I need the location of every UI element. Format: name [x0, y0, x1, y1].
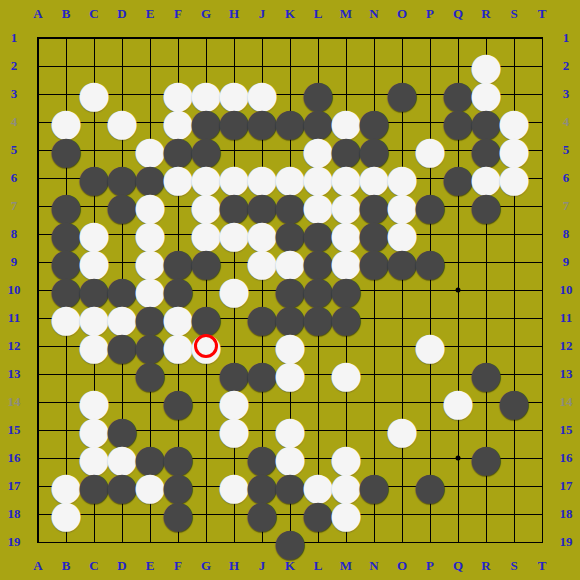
- point-M8[interactable]: ●: [332, 220, 360, 248]
- point-M18[interactable]: ●: [332, 500, 360, 528]
- point-C17[interactable]: ●: [80, 472, 108, 500]
- point-S14[interactable]: ●: [500, 388, 528, 416]
- point-K9[interactable]: ●: [276, 248, 304, 276]
- point-E10[interactable]: ●: [136, 276, 164, 304]
- point-B17[interactable]: ●: [52, 472, 80, 500]
- point-L15[interactable]: [304, 416, 332, 444]
- point-D5[interactable]: [108, 136, 136, 164]
- point-A17[interactable]: [24, 472, 52, 500]
- point-B19[interactable]: [52, 528, 80, 556]
- point-Q1[interactable]: [444, 24, 472, 52]
- point-P12[interactable]: ●: [416, 332, 444, 360]
- point-H1[interactable]: [220, 24, 248, 52]
- point-C2[interactable]: [80, 52, 108, 80]
- point-T8[interactable]: [528, 220, 556, 248]
- point-E1[interactable]: [136, 24, 164, 52]
- point-F8[interactable]: [164, 220, 192, 248]
- point-P4[interactable]: [416, 108, 444, 136]
- point-K15[interactable]: ●: [276, 416, 304, 444]
- point-Q15[interactable]: [444, 416, 472, 444]
- point-G17[interactable]: [192, 472, 220, 500]
- point-B1[interactable]: [52, 24, 80, 52]
- point-L19[interactable]: [304, 528, 332, 556]
- point-D12[interactable]: ●: [108, 332, 136, 360]
- point-S9[interactable]: [500, 248, 528, 276]
- point-N5[interactable]: ●: [360, 136, 388, 164]
- point-L5[interactable]: ●: [304, 136, 332, 164]
- point-M6[interactable]: ●: [332, 164, 360, 192]
- point-L13[interactable]: [304, 360, 332, 388]
- point-D18[interactable]: [108, 500, 136, 528]
- point-F2[interactable]: [164, 52, 192, 80]
- point-T10[interactable]: [528, 276, 556, 304]
- point-O6[interactable]: ●: [388, 164, 416, 192]
- point-O18[interactable]: [388, 500, 416, 528]
- point-T16[interactable]: [528, 444, 556, 472]
- point-F18[interactable]: ●: [164, 500, 192, 528]
- point-F16[interactable]: ●: [164, 444, 192, 472]
- point-L18[interactable]: ●: [304, 500, 332, 528]
- point-B18[interactable]: ●: [52, 500, 80, 528]
- point-Q10[interactable]: [444, 276, 472, 304]
- point-R15[interactable]: [472, 416, 500, 444]
- point-S13[interactable]: [500, 360, 528, 388]
- point-D4[interactable]: ●: [108, 108, 136, 136]
- point-A7[interactable]: [24, 192, 52, 220]
- point-D6[interactable]: ●: [108, 164, 136, 192]
- point-K19[interactable]: ●: [276, 528, 304, 556]
- point-K12[interactable]: ●: [276, 332, 304, 360]
- point-A16[interactable]: [24, 444, 52, 472]
- point-L14[interactable]: [304, 388, 332, 416]
- point-H9[interactable]: [220, 248, 248, 276]
- point-M15[interactable]: [332, 416, 360, 444]
- point-C7[interactable]: [80, 192, 108, 220]
- point-N9[interactable]: ●: [360, 248, 388, 276]
- point-F9[interactable]: ●: [164, 248, 192, 276]
- point-P15[interactable]: [416, 416, 444, 444]
- point-H6[interactable]: ●: [220, 164, 248, 192]
- point-B10[interactable]: ●: [52, 276, 80, 304]
- point-M5[interactable]: ●: [332, 136, 360, 164]
- point-T14[interactable]: [528, 388, 556, 416]
- point-J17[interactable]: ●: [248, 472, 276, 500]
- point-O8[interactable]: ●: [388, 220, 416, 248]
- point-K10[interactable]: ●: [276, 276, 304, 304]
- point-E14[interactable]: [136, 388, 164, 416]
- point-S4[interactable]: ●: [500, 108, 528, 136]
- point-S18[interactable]: [500, 500, 528, 528]
- point-B11[interactable]: ●: [52, 304, 80, 332]
- point-T6[interactable]: [528, 164, 556, 192]
- point-A14[interactable]: [24, 388, 52, 416]
- point-G4[interactable]: ●: [192, 108, 220, 136]
- point-Q17[interactable]: [444, 472, 472, 500]
- point-R2[interactable]: ●: [472, 52, 500, 80]
- point-N13[interactable]: [360, 360, 388, 388]
- point-J13[interactable]: ●: [248, 360, 276, 388]
- point-D11[interactable]: ●: [108, 304, 136, 332]
- point-A13[interactable]: [24, 360, 52, 388]
- point-C6[interactable]: ●: [80, 164, 108, 192]
- point-G3[interactable]: ●: [192, 80, 220, 108]
- point-C4[interactable]: [80, 108, 108, 136]
- point-T15[interactable]: [528, 416, 556, 444]
- point-D19[interactable]: [108, 528, 136, 556]
- point-R19[interactable]: [472, 528, 500, 556]
- point-E2[interactable]: [136, 52, 164, 80]
- point-S8[interactable]: [500, 220, 528, 248]
- point-E8[interactable]: ●: [136, 220, 164, 248]
- point-F14[interactable]: ●: [164, 388, 192, 416]
- point-R18[interactable]: [472, 500, 500, 528]
- point-Q19[interactable]: [444, 528, 472, 556]
- point-J10[interactable]: [248, 276, 276, 304]
- point-H17[interactable]: ●: [220, 472, 248, 500]
- point-P2[interactable]: [416, 52, 444, 80]
- point-B7[interactable]: ●: [52, 192, 80, 220]
- point-O15[interactable]: ●: [388, 416, 416, 444]
- point-H19[interactable]: [220, 528, 248, 556]
- point-G11[interactable]: ●: [192, 304, 220, 332]
- point-N10[interactable]: [360, 276, 388, 304]
- point-O9[interactable]: ●: [388, 248, 416, 276]
- point-H4[interactable]: ●: [220, 108, 248, 136]
- point-B12[interactable]: [52, 332, 80, 360]
- point-F19[interactable]: [164, 528, 192, 556]
- point-R13[interactable]: ●: [472, 360, 500, 388]
- point-G2[interactable]: [192, 52, 220, 80]
- point-H5[interactable]: [220, 136, 248, 164]
- point-S19[interactable]: [500, 528, 528, 556]
- point-H2[interactable]: [220, 52, 248, 80]
- point-B9[interactable]: ●: [52, 248, 80, 276]
- point-A5[interactable]: [24, 136, 52, 164]
- point-Q3[interactable]: ●: [444, 80, 472, 108]
- point-A9[interactable]: [24, 248, 52, 276]
- point-T18[interactable]: [528, 500, 556, 528]
- point-Q11[interactable]: [444, 304, 472, 332]
- point-P7[interactable]: ●: [416, 192, 444, 220]
- point-S3[interactable]: [500, 80, 528, 108]
- point-A3[interactable]: [24, 80, 52, 108]
- point-E16[interactable]: ●: [136, 444, 164, 472]
- point-J5[interactable]: [248, 136, 276, 164]
- point-S2[interactable]: [500, 52, 528, 80]
- point-J6[interactable]: ●: [248, 164, 276, 192]
- point-L3[interactable]: ●: [304, 80, 332, 108]
- point-J8[interactable]: ●: [248, 220, 276, 248]
- point-N6[interactable]: ●: [360, 164, 388, 192]
- point-C19[interactable]: [80, 528, 108, 556]
- point-D10[interactable]: ●: [108, 276, 136, 304]
- point-B5[interactable]: ●: [52, 136, 80, 164]
- point-P8[interactable]: [416, 220, 444, 248]
- point-J18[interactable]: ●: [248, 500, 276, 528]
- point-K16[interactable]: ●: [276, 444, 304, 472]
- point-P19[interactable]: [416, 528, 444, 556]
- point-O13[interactable]: [388, 360, 416, 388]
- point-T5[interactable]: [528, 136, 556, 164]
- point-E4[interactable]: [136, 108, 164, 136]
- point-Q18[interactable]: [444, 500, 472, 528]
- point-C12[interactable]: ●: [80, 332, 108, 360]
- point-F7[interactable]: [164, 192, 192, 220]
- point-Q8[interactable]: [444, 220, 472, 248]
- point-B2[interactable]: [52, 52, 80, 80]
- point-H18[interactable]: [220, 500, 248, 528]
- point-G6[interactable]: ●: [192, 164, 220, 192]
- point-M11[interactable]: ●: [332, 304, 360, 332]
- point-E15[interactable]: [136, 416, 164, 444]
- point-A19[interactable]: [24, 528, 52, 556]
- point-L6[interactable]: ●: [304, 164, 332, 192]
- point-P10[interactable]: [416, 276, 444, 304]
- point-G7[interactable]: ●: [192, 192, 220, 220]
- point-K4[interactable]: ●: [276, 108, 304, 136]
- point-D15[interactable]: ●: [108, 416, 136, 444]
- point-J16[interactable]: ●: [248, 444, 276, 472]
- point-C14[interactable]: ●: [80, 388, 108, 416]
- point-T9[interactable]: [528, 248, 556, 276]
- point-F6[interactable]: ●: [164, 164, 192, 192]
- point-P6[interactable]: [416, 164, 444, 192]
- point-S5[interactable]: ●: [500, 136, 528, 164]
- point-H15[interactable]: ●: [220, 416, 248, 444]
- point-G16[interactable]: [192, 444, 220, 472]
- point-N7[interactable]: ●: [360, 192, 388, 220]
- point-A10[interactable]: [24, 276, 52, 304]
- point-D8[interactable]: [108, 220, 136, 248]
- point-Q13[interactable]: [444, 360, 472, 388]
- point-H14[interactable]: ●: [220, 388, 248, 416]
- point-T7[interactable]: [528, 192, 556, 220]
- point-M3[interactable]: [332, 80, 360, 108]
- point-C11[interactable]: ●: [80, 304, 108, 332]
- point-N15[interactable]: [360, 416, 388, 444]
- point-B16[interactable]: [52, 444, 80, 472]
- point-D14[interactable]: [108, 388, 136, 416]
- point-G15[interactable]: [192, 416, 220, 444]
- point-N3[interactable]: [360, 80, 388, 108]
- point-P17[interactable]: ●: [416, 472, 444, 500]
- point-R10[interactable]: [472, 276, 500, 304]
- point-C3[interactable]: ●: [80, 80, 108, 108]
- point-F17[interactable]: ●: [164, 472, 192, 500]
- point-C10[interactable]: ●: [80, 276, 108, 304]
- point-N19[interactable]: [360, 528, 388, 556]
- point-N8[interactable]: ●: [360, 220, 388, 248]
- point-R17[interactable]: [472, 472, 500, 500]
- point-S11[interactable]: [500, 304, 528, 332]
- point-C13[interactable]: [80, 360, 108, 388]
- point-K6[interactable]: ●: [276, 164, 304, 192]
- point-E5[interactable]: ●: [136, 136, 164, 164]
- point-D7[interactable]: ●: [108, 192, 136, 220]
- point-J1[interactable]: [248, 24, 276, 52]
- point-M1[interactable]: [332, 24, 360, 52]
- point-B14[interactable]: [52, 388, 80, 416]
- point-K14[interactable]: [276, 388, 304, 416]
- point-J2[interactable]: [248, 52, 276, 80]
- point-T17[interactable]: [528, 472, 556, 500]
- point-H11[interactable]: [220, 304, 248, 332]
- point-T4[interactable]: [528, 108, 556, 136]
- point-K5[interactable]: [276, 136, 304, 164]
- point-Q16[interactable]: [444, 444, 472, 472]
- point-G19[interactable]: [192, 528, 220, 556]
- point-R7[interactable]: ●: [472, 192, 500, 220]
- point-R6[interactable]: ●: [472, 164, 500, 192]
- point-K18[interactable]: [276, 500, 304, 528]
- point-C15[interactable]: ●: [80, 416, 108, 444]
- point-N1[interactable]: [360, 24, 388, 52]
- point-Q5[interactable]: [444, 136, 472, 164]
- point-T11[interactable]: [528, 304, 556, 332]
- point-Q6[interactable]: ●: [444, 164, 472, 192]
- point-M19[interactable]: [332, 528, 360, 556]
- point-Q4[interactable]: ●: [444, 108, 472, 136]
- point-H16[interactable]: [220, 444, 248, 472]
- point-R3[interactable]: ●: [472, 80, 500, 108]
- point-O19[interactable]: [388, 528, 416, 556]
- point-A12[interactable]: [24, 332, 52, 360]
- point-G9[interactable]: ●: [192, 248, 220, 276]
- point-Q14[interactable]: ●: [444, 388, 472, 416]
- point-N12[interactable]: [360, 332, 388, 360]
- point-N17[interactable]: ●: [360, 472, 388, 500]
- point-K2[interactable]: [276, 52, 304, 80]
- point-T19[interactable]: [528, 528, 556, 556]
- point-L10[interactable]: ●: [304, 276, 332, 304]
- point-F3[interactable]: ●: [164, 80, 192, 108]
- point-M17[interactable]: ●: [332, 472, 360, 500]
- point-R5[interactable]: ●: [472, 136, 500, 164]
- point-A1[interactable]: [24, 24, 52, 52]
- point-L2[interactable]: [304, 52, 332, 80]
- point-B8[interactable]: ●: [52, 220, 80, 248]
- point-L12[interactable]: [304, 332, 332, 360]
- point-N2[interactable]: [360, 52, 388, 80]
- point-G18[interactable]: [192, 500, 220, 528]
- point-F11[interactable]: ●: [164, 304, 192, 332]
- point-B6[interactable]: [52, 164, 80, 192]
- point-B13[interactable]: [52, 360, 80, 388]
- point-F5[interactable]: ●: [164, 136, 192, 164]
- point-E12[interactable]: ●: [136, 332, 164, 360]
- point-M4[interactable]: ●: [332, 108, 360, 136]
- point-Q2[interactable]: [444, 52, 472, 80]
- point-R1[interactable]: [472, 24, 500, 52]
- point-S7[interactable]: [500, 192, 528, 220]
- point-L1[interactable]: [304, 24, 332, 52]
- point-R14[interactable]: [472, 388, 500, 416]
- point-N14[interactable]: [360, 388, 388, 416]
- point-J12[interactable]: [248, 332, 276, 360]
- point-J19[interactable]: [248, 528, 276, 556]
- point-T1[interactable]: [528, 24, 556, 52]
- point-O4[interactable]: [388, 108, 416, 136]
- point-H13[interactable]: ●: [220, 360, 248, 388]
- point-B15[interactable]: [52, 416, 80, 444]
- point-A18[interactable]: [24, 500, 52, 528]
- point-D2[interactable]: [108, 52, 136, 80]
- point-C8[interactable]: ●: [80, 220, 108, 248]
- point-S12[interactable]: [500, 332, 528, 360]
- point-T2[interactable]: [528, 52, 556, 80]
- point-D3[interactable]: [108, 80, 136, 108]
- point-E18[interactable]: [136, 500, 164, 528]
- point-H7[interactable]: ●: [220, 192, 248, 220]
- point-M14[interactable]: [332, 388, 360, 416]
- point-P11[interactable]: [416, 304, 444, 332]
- point-R16[interactable]: ●: [472, 444, 500, 472]
- point-P14[interactable]: [416, 388, 444, 416]
- point-K3[interactable]: [276, 80, 304, 108]
- point-O3[interactable]: ●: [388, 80, 416, 108]
- point-P18[interactable]: [416, 500, 444, 528]
- point-C5[interactable]: [80, 136, 108, 164]
- point-S6[interactable]: ●: [500, 164, 528, 192]
- point-S16[interactable]: [500, 444, 528, 472]
- point-A6[interactable]: [24, 164, 52, 192]
- point-M9[interactable]: ●: [332, 248, 360, 276]
- point-L11[interactable]: ●: [304, 304, 332, 332]
- point-C1[interactable]: [80, 24, 108, 52]
- point-Q12[interactable]: [444, 332, 472, 360]
- point-G5[interactable]: ●: [192, 136, 220, 164]
- point-R4[interactable]: ●: [472, 108, 500, 136]
- point-R11[interactable]: [472, 304, 500, 332]
- point-F15[interactable]: [164, 416, 192, 444]
- point-C16[interactable]: ●: [80, 444, 108, 472]
- point-K13[interactable]: ●: [276, 360, 304, 388]
- point-M16[interactable]: ●: [332, 444, 360, 472]
- point-J7[interactable]: ●: [248, 192, 276, 220]
- point-E13[interactable]: ●: [136, 360, 164, 388]
- point-N16[interactable]: [360, 444, 388, 472]
- point-P3[interactable]: [416, 80, 444, 108]
- point-P5[interactable]: ●: [416, 136, 444, 164]
- point-K7[interactable]: ●: [276, 192, 304, 220]
- point-K17[interactable]: ●: [276, 472, 304, 500]
- point-G1[interactable]: [192, 24, 220, 52]
- point-T12[interactable]: [528, 332, 556, 360]
- point-G12[interactable]: ●: [192, 332, 220, 360]
- point-O17[interactable]: [388, 472, 416, 500]
- point-J4[interactable]: ●: [248, 108, 276, 136]
- point-O7[interactable]: ●: [388, 192, 416, 220]
- point-L4[interactable]: ●: [304, 108, 332, 136]
- point-F13[interactable]: [164, 360, 192, 388]
- point-E7[interactable]: ●: [136, 192, 164, 220]
- point-E11[interactable]: ●: [136, 304, 164, 332]
- point-E17[interactable]: ●: [136, 472, 164, 500]
- point-F1[interactable]: [164, 24, 192, 52]
- point-E6[interactable]: ●: [136, 164, 164, 192]
- point-E19[interactable]: [136, 528, 164, 556]
- point-J15[interactable]: [248, 416, 276, 444]
- point-T3[interactable]: [528, 80, 556, 108]
- point-L7[interactable]: ●: [304, 192, 332, 220]
- point-O1[interactable]: [388, 24, 416, 52]
- point-J11[interactable]: ●: [248, 304, 276, 332]
- point-S15[interactable]: [500, 416, 528, 444]
- point-G13[interactable]: [192, 360, 220, 388]
- point-Q9[interactable]: [444, 248, 472, 276]
- point-A15[interactable]: [24, 416, 52, 444]
- point-H8[interactable]: ●: [220, 220, 248, 248]
